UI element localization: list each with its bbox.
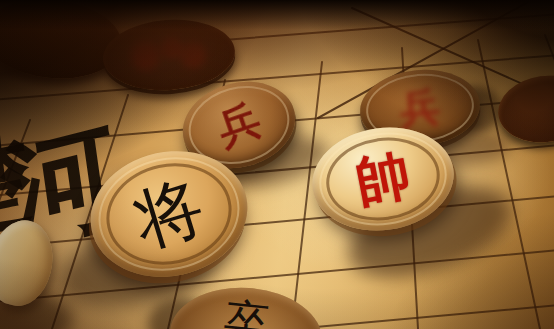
- red-general-character: 帥: [350, 138, 417, 220]
- black-general-character: 将: [123, 161, 215, 268]
- xiangqi-photo: 楚 河 兵 兵 将 帥 卒: [0, 0, 554, 329]
- red-soldier-character: 兵: [210, 92, 268, 159]
- black-soldier-character: 卒: [221, 290, 273, 329]
